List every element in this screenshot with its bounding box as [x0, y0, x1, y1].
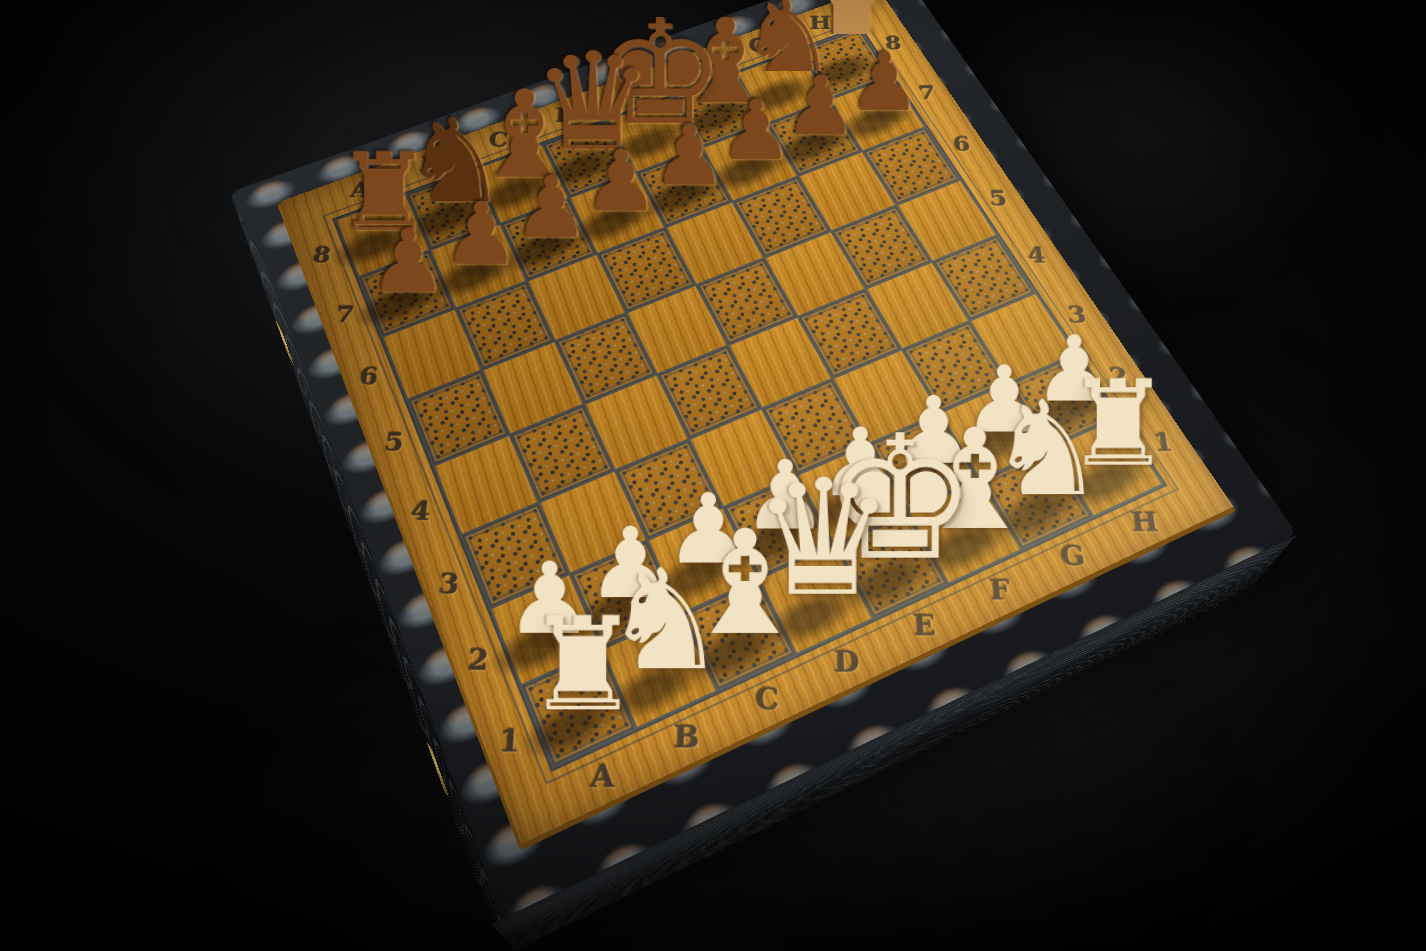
file-label-back-a: A	[349, 178, 373, 201]
rank-label-right-7: 7	[918, 82, 937, 104]
rank-label-right-6: 6	[953, 133, 973, 156]
rank-label-left-6: 6	[358, 363, 381, 390]
rank-label-left-4: 4	[410, 496, 434, 526]
rank-label-right-4: 4	[1027, 243, 1049, 268]
rank-label-right-8: 8	[885, 33, 903, 54]
rank-label-right-5: 5	[989, 187, 1010, 211]
rank-label-left-7: 7	[334, 301, 357, 327]
white-rook-glyph: ♜	[484, 591, 681, 726]
chess-box-photo: AABBCCDDEEFFGGHH1122334455667788 ♜♞♝♛♚♝♞…	[0, 0, 1426, 951]
file-label-back-g: G	[749, 35, 770, 56]
rank-label-left-8: 8	[311, 243, 334, 268]
file-label-back-c: C	[488, 129, 510, 151]
file-label-back-h: H	[810, 13, 833, 33]
scene-3d: AABBCCDDEEFFGGHH1122334455667788 ♜♞♝♛♚♝♞…	[0, 0, 1426, 951]
file-label-back-f: F	[688, 58, 706, 79]
file-label-back-b: B	[419, 153, 443, 176]
file-label-front-a: A	[590, 758, 616, 794]
file-label-back-e: E	[622, 81, 642, 103]
file-label-back-d: D	[555, 105, 578, 127]
rank-label-left-5: 5	[383, 428, 407, 457]
